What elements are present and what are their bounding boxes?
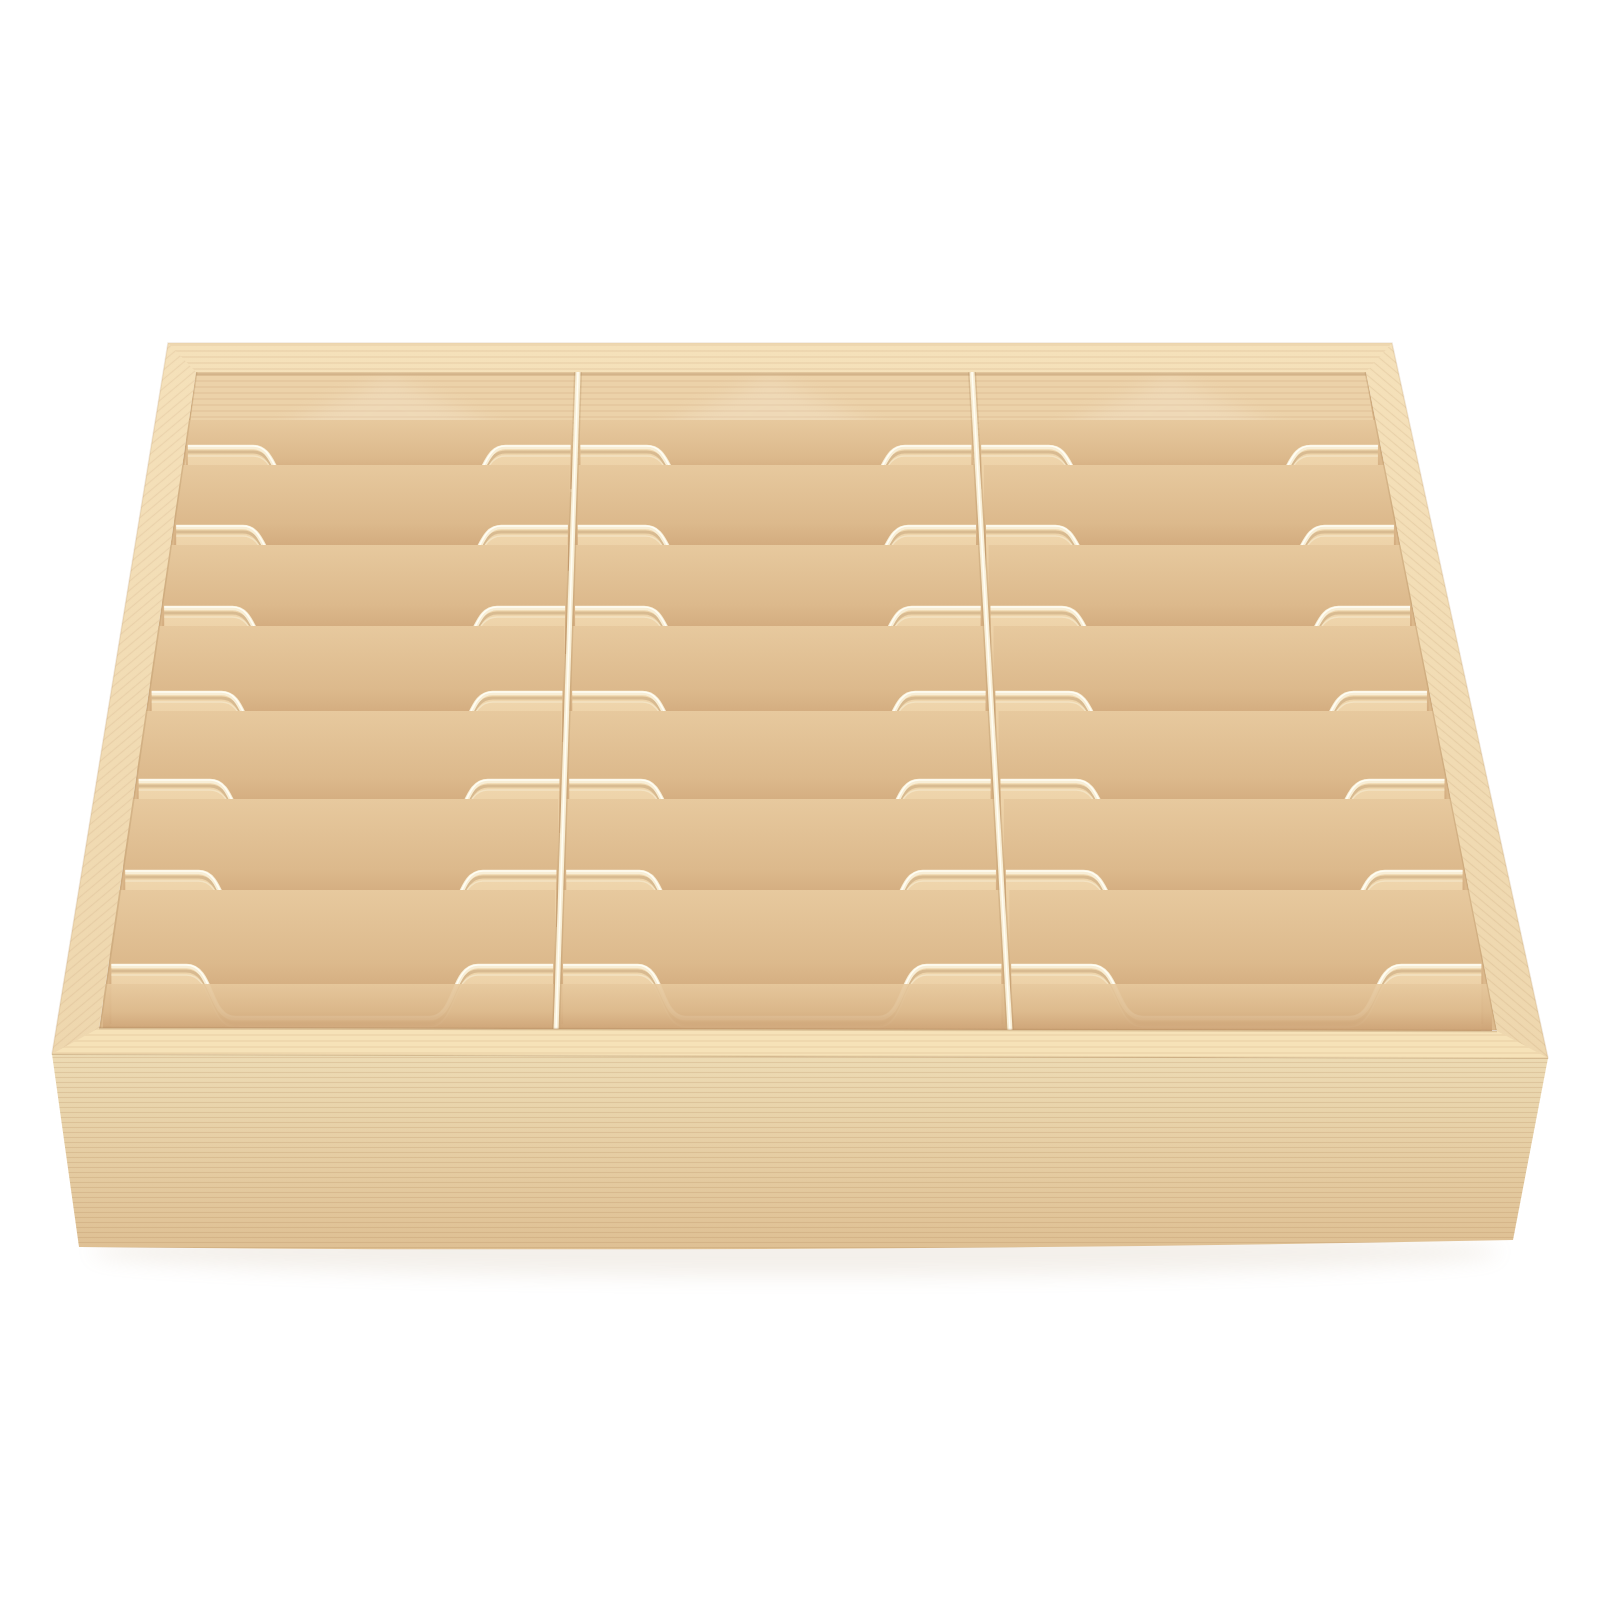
back-rim-grain [168, 343, 1392, 372]
box-front-face [52, 1054, 1548, 1249]
slot-interior [1012, 984, 1492, 1034]
product-photo-canvas [0, 0, 1600, 1600]
wooden-organizer-illustration [0, 0, 1600, 1600]
slot-interior [560, 984, 1006, 1034]
box-interior-compartments [99, 372, 1497, 1038]
slot-interior [103, 984, 554, 1034]
